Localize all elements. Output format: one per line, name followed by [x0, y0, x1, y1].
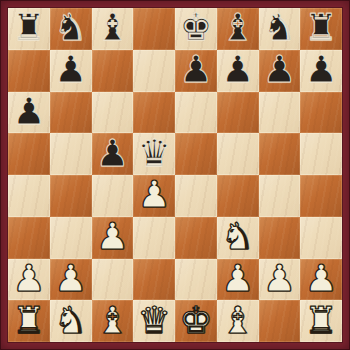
square-g2[interactable]: ♟ — [259, 259, 301, 301]
square-b2[interactable]: ♟ — [50, 259, 92, 301]
piece-black-pawn: ♟ — [263, 51, 296, 88]
square-b5[interactable] — [50, 133, 92, 175]
square-b4[interactable] — [50, 175, 92, 217]
piece-white-pawn: ♟ — [12, 260, 45, 297]
square-f2[interactable]: ♟ — [217, 259, 259, 301]
piece-white-pawn: ♟ — [221, 260, 254, 297]
square-e6[interactable] — [175, 92, 217, 134]
square-c8[interactable]: ♝ — [92, 8, 134, 50]
square-h7[interactable]: ♟ — [300, 50, 342, 92]
piece-black-bishop: ♝ — [221, 9, 254, 46]
square-e5[interactable] — [175, 133, 217, 175]
piece-white-pawn: ♟ — [54, 260, 87, 297]
piece-black-pawn: ♟ — [179, 51, 212, 88]
piece-white-bishop: ♝ — [221, 302, 254, 339]
square-c1[interactable]: ♝ — [92, 300, 134, 342]
square-f7[interactable]: ♟ — [217, 50, 259, 92]
piece-black-pawn: ♟ — [305, 51, 338, 88]
piece-black-king: ♚ — [179, 9, 212, 46]
square-c3[interactable]: ♟ — [92, 217, 134, 259]
piece-white-pawn: ♟ — [138, 176, 171, 213]
piece-black-pawn: ♟ — [54, 51, 87, 88]
square-g3[interactable] — [259, 217, 301, 259]
square-g4[interactable] — [259, 175, 301, 217]
square-a4[interactable] — [8, 175, 50, 217]
square-d2[interactable] — [133, 259, 175, 301]
square-a5[interactable] — [8, 133, 50, 175]
piece-white-knight: ♞ — [221, 218, 254, 255]
square-b3[interactable] — [50, 217, 92, 259]
square-h8[interactable]: ♜ — [300, 8, 342, 50]
square-a8[interactable]: ♜ — [8, 8, 50, 50]
piece-black-pawn: ♟ — [96, 135, 129, 172]
piece-white-rook: ♜ — [12, 302, 45, 339]
square-d4[interactable]: ♟ — [133, 175, 175, 217]
square-c6[interactable] — [92, 92, 134, 134]
square-d7[interactable] — [133, 50, 175, 92]
square-f8[interactable]: ♝ — [217, 8, 259, 50]
square-d8[interactable] — [133, 8, 175, 50]
piece-white-king: ♚ — [179, 302, 212, 339]
square-a1[interactable]: ♜ — [8, 300, 50, 342]
piece-white-knight: ♞ — [54, 302, 87, 339]
square-g1[interactable] — [259, 300, 301, 342]
square-c5[interactable]: ♟ — [92, 133, 134, 175]
piece-white-pawn: ♟ — [263, 260, 296, 297]
piece-white-bishop: ♝ — [96, 302, 129, 339]
square-g8[interactable]: ♞ — [259, 8, 301, 50]
square-a3[interactable] — [8, 217, 50, 259]
piece-white-rook: ♜ — [305, 302, 338, 339]
square-f5[interactable] — [217, 133, 259, 175]
piece-black-rook: ♜ — [305, 9, 338, 46]
square-c7[interactable] — [92, 50, 134, 92]
square-g6[interactable] — [259, 92, 301, 134]
square-d3[interactable] — [133, 217, 175, 259]
piece-black-queen: ♛ — [138, 135, 171, 172]
chess-board: ♜♞♝♚♝♞♜♟♟♟♟♟♟♟♛♟♟♞♟♟♟♟♟♜♞♝♛♚♝♜ — [8, 8, 342, 342]
board-frame: ♜♞♝♚♝♞♜♟♟♟♟♟♟♟♛♟♟♞♟♟♟♟♟♜♞♝♛♚♝♜ — [0, 0, 350, 350]
square-d5[interactable]: ♛ — [133, 133, 175, 175]
square-h4[interactable] — [300, 175, 342, 217]
square-h5[interactable] — [300, 133, 342, 175]
square-e1[interactable]: ♚ — [175, 300, 217, 342]
square-b7[interactable]: ♟ — [50, 50, 92, 92]
square-g7[interactable]: ♟ — [259, 50, 301, 92]
square-c4[interactable] — [92, 175, 134, 217]
square-h2[interactable]: ♟ — [300, 259, 342, 301]
piece-white-queen: ♛ — [138, 302, 171, 339]
square-d6[interactable] — [133, 92, 175, 134]
square-e8[interactable]: ♚ — [175, 8, 217, 50]
square-h1[interactable]: ♜ — [300, 300, 342, 342]
square-e2[interactable] — [175, 259, 217, 301]
square-c2[interactable] — [92, 259, 134, 301]
square-e3[interactable] — [175, 217, 217, 259]
square-f4[interactable] — [217, 175, 259, 217]
square-a6[interactable]: ♟ — [8, 92, 50, 134]
square-b6[interactable] — [50, 92, 92, 134]
square-f1[interactable]: ♝ — [217, 300, 259, 342]
square-a2[interactable]: ♟ — [8, 259, 50, 301]
square-a7[interactable] — [8, 50, 50, 92]
piece-black-knight: ♞ — [263, 9, 296, 46]
square-b8[interactable]: ♞ — [50, 8, 92, 50]
square-h6[interactable] — [300, 92, 342, 134]
square-f6[interactable] — [217, 92, 259, 134]
square-h3[interactable] — [300, 217, 342, 259]
square-f3[interactable]: ♞ — [217, 217, 259, 259]
piece-black-pawn: ♟ — [12, 93, 45, 130]
square-d1[interactable]: ♛ — [133, 300, 175, 342]
piece-white-pawn: ♟ — [305, 260, 338, 297]
square-g5[interactable] — [259, 133, 301, 175]
square-b1[interactable]: ♞ — [50, 300, 92, 342]
piece-black-knight: ♞ — [54, 9, 87, 46]
square-e7[interactable]: ♟ — [175, 50, 217, 92]
piece-black-rook: ♜ — [12, 9, 45, 46]
piece-white-pawn: ♟ — [96, 218, 129, 255]
square-e4[interactable] — [175, 175, 217, 217]
piece-black-bishop: ♝ — [96, 9, 129, 46]
piece-black-pawn: ♟ — [221, 51, 254, 88]
